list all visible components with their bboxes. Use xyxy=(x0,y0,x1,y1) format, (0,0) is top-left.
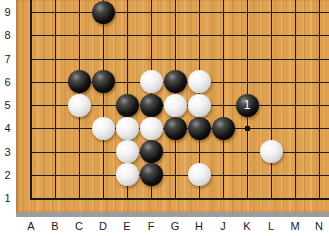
grid-vline-D xyxy=(103,0,104,200)
column-label-N: N xyxy=(307,219,329,234)
column-label-E: E xyxy=(115,219,139,234)
stone-black-D9[interactable] xyxy=(92,1,115,24)
stone-black-C6[interactable] xyxy=(68,70,91,93)
grid-hline-8 xyxy=(31,35,329,36)
grid-hline-9 xyxy=(31,12,329,13)
stone-black-F5[interactable] xyxy=(140,94,163,117)
column-label-A: A xyxy=(19,219,43,234)
column-label-L: L xyxy=(259,219,283,234)
stone-black-J4[interactable] xyxy=(212,117,235,140)
go-board-viewport: 1 987654321 ABCDEFGHJKLMN xyxy=(0,0,329,236)
column-label-F: F xyxy=(139,219,163,234)
grid-vline-M xyxy=(295,0,296,200)
star-point-K4 xyxy=(245,126,250,131)
grid-hline-1 xyxy=(31,198,329,200)
row-label-6: 6 xyxy=(0,75,15,89)
grid-hline-7 xyxy=(31,59,329,60)
column-label-J: J xyxy=(211,219,235,234)
grid-vline-L xyxy=(271,0,272,200)
column-label-D: D xyxy=(91,219,115,234)
stone-black-F2[interactable] xyxy=(140,163,163,186)
move-number-label: 1 xyxy=(244,99,251,111)
grid-vline-J xyxy=(223,0,224,200)
stone-black-H4[interactable] xyxy=(188,117,211,140)
column-label-C: C xyxy=(67,219,91,234)
stone-black-G6[interactable] xyxy=(164,70,187,93)
row-label-5: 5 xyxy=(0,98,15,112)
grid-vline-A xyxy=(30,0,32,200)
stone-white-H2[interactable] xyxy=(188,163,211,186)
goban[interactable]: 1 xyxy=(16,0,329,212)
stone-white-F6[interactable] xyxy=(140,70,163,93)
stone-black-D6[interactable] xyxy=(92,70,115,93)
stone-black-E5[interactable] xyxy=(116,94,139,117)
stone-white-L3[interactable] xyxy=(260,140,283,163)
grid-hline-2 xyxy=(31,175,329,176)
row-label-3: 3 xyxy=(0,145,15,159)
column-label-B: B xyxy=(43,219,67,234)
stone-white-C5[interactable] xyxy=(68,94,91,117)
column-label-H: H xyxy=(187,219,211,234)
row-label-7: 7 xyxy=(0,52,15,66)
board-shadow-bar xyxy=(16,212,329,217)
row-label-9: 9 xyxy=(0,5,15,19)
row-label-1: 1 xyxy=(0,191,15,205)
stone-black-K5[interactable]: 1 xyxy=(236,94,259,117)
stone-white-G5[interactable] xyxy=(164,94,187,117)
row-label-8: 8 xyxy=(0,28,15,42)
column-label-M: M xyxy=(283,219,307,234)
row-label-2: 2 xyxy=(0,168,15,182)
grid-hline-3 xyxy=(31,152,329,153)
stone-white-F4[interactable] xyxy=(140,117,163,140)
column-label-G: G xyxy=(163,219,187,234)
column-label-K: K xyxy=(235,219,259,234)
grid-vline-N xyxy=(319,0,320,200)
stone-white-H6[interactable] xyxy=(188,70,211,93)
stone-black-F3[interactable] xyxy=(140,140,163,163)
stone-white-H5[interactable] xyxy=(188,94,211,117)
stone-white-E3[interactable] xyxy=(116,140,139,163)
row-label-4: 4 xyxy=(0,121,15,135)
stone-white-D4[interactable] xyxy=(92,117,115,140)
grid-vline-B xyxy=(55,0,56,200)
stone-white-E2[interactable] xyxy=(116,163,139,186)
stone-white-E4[interactable] xyxy=(116,117,139,140)
stone-black-G4[interactable] xyxy=(164,117,187,140)
